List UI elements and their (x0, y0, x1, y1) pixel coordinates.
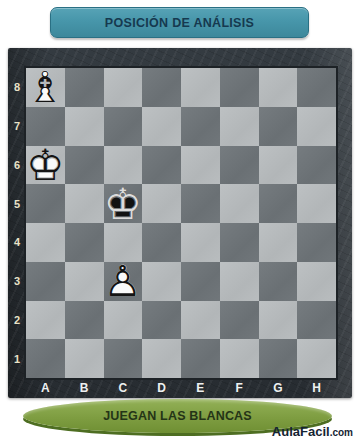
king-glyph-outline: ♔ (104, 182, 143, 225)
square-f8[interactable] (220, 68, 259, 107)
square-c3[interactable]: ♟♙ (104, 262, 143, 301)
square-d3[interactable] (142, 262, 181, 301)
square-b1[interactable] (65, 339, 104, 378)
square-b2[interactable] (65, 301, 104, 340)
square-a8[interactable]: ♝♗ (26, 68, 65, 107)
rank-label-4: 4 (8, 223, 26, 262)
square-g4[interactable] (259, 223, 298, 262)
square-d4[interactable] (142, 223, 181, 262)
file-label-h: H (297, 378, 336, 398)
square-b3[interactable] (65, 262, 104, 301)
square-a4[interactable] (26, 223, 65, 262)
square-f1[interactable] (220, 339, 259, 378)
square-h1[interactable] (297, 339, 336, 378)
square-f6[interactable] (220, 146, 259, 185)
site-logo-tld: .com (330, 427, 353, 438)
file-label-c: C (104, 378, 143, 398)
rank-label-7: 7 (8, 107, 26, 146)
white-king[interactable]: ♚♔ (26, 146, 65, 185)
square-b4[interactable] (65, 223, 104, 262)
square-b5[interactable] (65, 184, 104, 223)
square-e1[interactable] (181, 339, 220, 378)
rank-label-8: 8 (8, 68, 26, 107)
square-b7[interactable] (65, 107, 104, 146)
square-c2[interactable] (104, 301, 143, 340)
site-logo-name: AulaFacil (272, 424, 330, 439)
file-label-d: D (142, 378, 181, 398)
square-d5[interactable] (142, 184, 181, 223)
square-e2[interactable] (181, 301, 220, 340)
square-h8[interactable] (297, 68, 336, 107)
square-a2[interactable] (26, 301, 65, 340)
rank-label-1: 1 (8, 339, 26, 378)
square-e8[interactable] (181, 68, 220, 107)
square-e4[interactable] (181, 223, 220, 262)
square-h7[interactable] (297, 107, 336, 146)
file-label-a: A (26, 378, 65, 398)
file-label-b: B (65, 378, 104, 398)
black-king[interactable]: ♚♔ (104, 184, 143, 223)
square-h6[interactable] (297, 146, 336, 185)
file-label-g: G (259, 378, 298, 398)
square-a6[interactable]: ♚♔ (26, 146, 65, 185)
square-g5[interactable] (259, 184, 298, 223)
square-h4[interactable] (297, 223, 336, 262)
square-g7[interactable] (259, 107, 298, 146)
file-label-e: E (181, 378, 220, 398)
turn-banner-label: JUEGAN LAS BLANCAS (103, 409, 252, 423)
square-g6[interactable] (259, 146, 298, 185)
square-g8[interactable] (259, 68, 298, 107)
king-glyph-outline: ♔ (26, 143, 65, 186)
square-d8[interactable] (142, 68, 181, 107)
square-f4[interactable] (220, 223, 259, 262)
site-logo: AulaFacil.com (272, 424, 353, 439)
square-g3[interactable] (259, 262, 298, 301)
square-a5[interactable] (26, 184, 65, 223)
square-e6[interactable] (181, 146, 220, 185)
square-e3[interactable] (181, 262, 220, 301)
rank-label-6: 6 (8, 146, 26, 185)
square-d7[interactable] (142, 107, 181, 146)
square-d1[interactable] (142, 339, 181, 378)
rank-label-3: 3 (8, 262, 26, 301)
analysis-banner-label: POSICIÓN DE ANÁLISIS (105, 16, 254, 30)
square-c7[interactable] (104, 107, 143, 146)
square-a1[interactable] (26, 339, 65, 378)
square-f2[interactable] (220, 301, 259, 340)
analysis-banner: POSICIÓN DE ANÁLISIS (50, 7, 309, 38)
rank-labels: 87654321 (8, 68, 26, 378)
square-g2[interactable] (259, 301, 298, 340)
square-c8[interactable] (104, 68, 143, 107)
file-labels: ABCDEFGH (26, 378, 336, 398)
file-label-f: F (220, 378, 259, 398)
bishop-glyph-outline: ♗ (26, 66, 65, 109)
square-e7[interactable] (181, 107, 220, 146)
square-b6[interactable] (65, 146, 104, 185)
square-e5[interactable] (181, 184, 220, 223)
pawn-glyph-outline: ♙ (104, 260, 143, 303)
white-pawn[interactable]: ♟♙ (104, 262, 143, 301)
square-h3[interactable] (297, 262, 336, 301)
square-h5[interactable] (297, 184, 336, 223)
square-f7[interactable] (220, 107, 259, 146)
square-b8[interactable] (65, 68, 104, 107)
square-f3[interactable] (220, 262, 259, 301)
square-h2[interactable] (297, 301, 336, 340)
square-f5[interactable] (220, 184, 259, 223)
square-d6[interactable] (142, 146, 181, 185)
page: POSICIÓN DE ANÁLISIS 87654321 ♝♗♚♔♚♔♟♙ A… (0, 0, 359, 444)
square-a3[interactable] (26, 262, 65, 301)
square-c5[interactable]: ♚♔ (104, 184, 143, 223)
chess-board-frame: 87654321 ♝♗♚♔♚♔♟♙ ABCDEFGH (8, 48, 352, 398)
rank-label-5: 5 (8, 184, 26, 223)
square-g1[interactable] (259, 339, 298, 378)
square-c1[interactable] (104, 339, 143, 378)
chess-board[interactable]: ♝♗♚♔♚♔♟♙ (26, 68, 336, 378)
rank-label-2: 2 (8, 301, 26, 340)
white-bishop[interactable]: ♝♗ (26, 68, 65, 107)
square-d2[interactable] (142, 301, 181, 340)
